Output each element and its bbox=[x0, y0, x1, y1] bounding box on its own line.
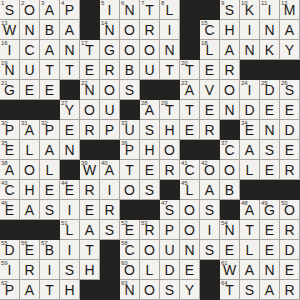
cell-letter: K bbox=[240, 3, 259, 18]
cell-letter: I bbox=[60, 203, 79, 218]
cell-r4c2[interactable]: U bbox=[20, 60, 40, 80]
cell-r2c7[interactable]: O bbox=[120, 20, 140, 40]
cell-r4c7[interactable]: B bbox=[120, 60, 140, 80]
cell-letter: Y bbox=[60, 103, 79, 118]
cell-letter: R bbox=[100, 203, 119, 218]
black-cell-r2c5 bbox=[80, 20, 100, 40]
cell-r11c10[interactable]: O bbox=[180, 200, 200, 220]
cell-letter: E bbox=[40, 183, 59, 198]
cell-letter: E bbox=[280, 263, 299, 278]
cell-r3c11[interactable]: 18L bbox=[200, 40, 220, 60]
cell-r14c1[interactable]: 59I bbox=[0, 260, 20, 280]
cell-letter: A bbox=[220, 43, 239, 58]
cell-r6c10[interactable]: T bbox=[180, 100, 200, 120]
cell-r2c2[interactable]: N bbox=[20, 20, 40, 40]
cell-r2c14[interactable]: N bbox=[260, 20, 280, 40]
cell-r13c5[interactable]: T bbox=[80, 240, 100, 260]
cell-letter: P bbox=[0, 123, 19, 138]
cell-r3c14[interactable]: K bbox=[260, 40, 280, 60]
cell-r4c1[interactable]: 19N bbox=[0, 60, 20, 80]
cell-letter: L bbox=[20, 143, 39, 158]
cell-letter: A bbox=[60, 23, 79, 38]
cell-r10c5[interactable]: R bbox=[80, 180, 100, 200]
cell-letter: R bbox=[280, 283, 299, 298]
cell-r3c5[interactable]: 17T bbox=[80, 40, 100, 60]
cell-letter: E bbox=[20, 83, 39, 98]
cell-r12c15[interactable]: R bbox=[280, 220, 300, 240]
black-cell-r10c9 bbox=[160, 180, 180, 200]
cell-r1c12[interactable]: 9S bbox=[220, 0, 240, 20]
cell-letter: O bbox=[280, 203, 299, 218]
cell-r7c10[interactable]: E bbox=[180, 120, 200, 140]
cell-letter: O bbox=[180, 223, 199, 238]
cell-letter: N bbox=[220, 223, 239, 238]
black-cell-r1c5 bbox=[80, 0, 100, 20]
black-cell-r13c6 bbox=[100, 240, 120, 260]
cell-r1c8[interactable]: 7T bbox=[140, 0, 160, 20]
cell-r9c1[interactable]: 38A bbox=[0, 160, 20, 180]
cell-r9c12[interactable]: O bbox=[220, 160, 240, 180]
cell-r8c8[interactable]: H bbox=[140, 140, 160, 160]
cell-r4c10[interactable]: 20T bbox=[180, 60, 200, 80]
cell-r9c7[interactable]: T bbox=[120, 160, 140, 180]
cell-r7c11[interactable]: R bbox=[200, 120, 220, 140]
cell-r9c3[interactable]: L bbox=[40, 160, 60, 180]
cell-r6c4[interactable]: 27Y bbox=[60, 100, 80, 120]
cell-letter: N bbox=[160, 43, 179, 58]
cell-r15c12[interactable]: 64T bbox=[220, 280, 240, 300]
cell-r15c8[interactable]: O bbox=[140, 280, 160, 300]
cell-r14c2[interactable]: R bbox=[20, 260, 40, 280]
black-cell-r12c2 bbox=[20, 220, 40, 240]
cell-r13c10[interactable]: N bbox=[180, 240, 200, 260]
cell-r8c15[interactable]: E bbox=[280, 140, 300, 160]
cell-r6c14[interactable]: E bbox=[260, 100, 280, 120]
cell-r13c3[interactable]: 57B bbox=[40, 240, 60, 260]
cell-r5c7[interactable]: S bbox=[120, 80, 140, 100]
cell-letter: E bbox=[0, 203, 19, 218]
cell-r10c2[interactable]: H bbox=[20, 180, 40, 200]
cell-letter: O bbox=[120, 23, 139, 38]
cell-letter: W bbox=[220, 263, 239, 278]
cell-letter: S bbox=[40, 203, 59, 218]
black-cell-r4c14 bbox=[260, 60, 280, 80]
cell-letter: H bbox=[220, 23, 239, 38]
cell-r5c2[interactable]: E bbox=[20, 80, 40, 100]
cell-r1c9[interactable]: 8L bbox=[160, 0, 180, 20]
cell-r8c9[interactable]: O bbox=[160, 140, 180, 160]
cell-r1c13[interactable]: 10K bbox=[240, 0, 260, 20]
cell-r10c7[interactable]: O bbox=[120, 180, 140, 200]
cell-r7c4[interactable]: E bbox=[60, 120, 80, 140]
cell-r3c6[interactable]: G bbox=[100, 40, 120, 60]
cell-letter: Y bbox=[180, 283, 199, 298]
cell-r10c1[interactable]: 43C bbox=[0, 180, 20, 200]
cell-letter: M bbox=[280, 3, 299, 18]
cell-r1c4[interactable]: 4P bbox=[60, 0, 80, 20]
cell-letter: N bbox=[0, 63, 19, 78]
cell-r8c2[interactable]: L bbox=[20, 140, 40, 160]
black-cell-r11c7 bbox=[120, 200, 140, 220]
cell-r5c15[interactable]: 26S bbox=[280, 80, 300, 100]
cell-letter: P bbox=[120, 143, 139, 158]
cell-letter: T bbox=[140, 3, 159, 18]
cell-r15c13[interactable]: S bbox=[240, 280, 260, 300]
black-cell-r12c3 bbox=[40, 220, 60, 240]
cell-r3c15[interactable]: Y bbox=[280, 40, 300, 60]
cell-letter: O bbox=[120, 43, 139, 58]
cell-letter: H bbox=[160, 123, 179, 138]
cell-r11c14[interactable]: 49G bbox=[260, 200, 280, 220]
cell-letter: A bbox=[0, 163, 19, 178]
cell-letter: R bbox=[280, 223, 299, 238]
cell-letter: U bbox=[100, 103, 119, 118]
cell-r13c8[interactable]: O bbox=[140, 240, 160, 260]
cell-r9c5[interactable]: 39W bbox=[80, 160, 100, 180]
cell-r9c10[interactable]: 41C bbox=[180, 160, 200, 180]
cell-r12c7[interactable]: 52E bbox=[120, 220, 140, 240]
cell-r8c13[interactable]: A bbox=[240, 140, 260, 160]
black-cell-r1c10 bbox=[180, 0, 200, 20]
cell-r3c13[interactable]: N bbox=[240, 40, 260, 60]
cell-letter: D bbox=[0, 243, 19, 258]
cell-r2c4[interactable]: A bbox=[60, 20, 80, 40]
cell-r11c6[interactable]: R bbox=[100, 200, 120, 220]
cell-r12c9[interactable]: P bbox=[160, 220, 180, 240]
cell-r9c14[interactable]: E bbox=[260, 160, 280, 180]
cell-r7c2[interactable]: 31A bbox=[20, 120, 40, 140]
cell-letter: N bbox=[60, 143, 79, 158]
cell-r15c7[interactable]: 63N bbox=[120, 280, 140, 300]
cell-letter: O bbox=[160, 143, 179, 158]
cell-r15c4[interactable]: H bbox=[60, 280, 80, 300]
cell-letter: A bbox=[200, 183, 219, 198]
cell-r2c11[interactable]: 15C bbox=[200, 20, 220, 40]
cell-letter: A bbox=[240, 143, 259, 158]
cell-r8c1[interactable]: 35E bbox=[0, 140, 20, 160]
cell-r14c5[interactable]: H bbox=[80, 260, 100, 280]
cell-r14c4[interactable]: S bbox=[60, 260, 80, 280]
cell-r4c5[interactable]: E bbox=[80, 60, 100, 80]
cell-letter: D bbox=[280, 243, 299, 258]
cell-letter: P bbox=[160, 223, 179, 238]
cell-r4c12[interactable]: R bbox=[220, 60, 240, 80]
cell-letter: G bbox=[100, 43, 119, 58]
cell-r8c7[interactable]: 36P bbox=[120, 140, 140, 160]
cell-r8c12[interactable]: 37C bbox=[220, 140, 240, 160]
cell-letter: R bbox=[80, 123, 99, 138]
black-cell-r5c9 bbox=[160, 80, 180, 100]
cell-r2c9[interactable]: I bbox=[160, 20, 180, 40]
cell-r15c10[interactable]: Y bbox=[180, 280, 200, 300]
cell-r13c4[interactable]: I bbox=[60, 240, 80, 260]
cell-r11c2[interactable]: A bbox=[20, 200, 40, 220]
cell-letter: O bbox=[140, 43, 159, 58]
cell-r5c13[interactable]: 24I bbox=[240, 80, 260, 100]
cell-r11c13[interactable]: 48A bbox=[240, 200, 260, 220]
cell-letter: A bbox=[260, 283, 279, 298]
cell-r12c11[interactable]: I bbox=[200, 220, 220, 240]
cell-r2c12[interactable]: H bbox=[220, 20, 240, 40]
cell-letter: A bbox=[240, 263, 259, 278]
cell-r3c9[interactable]: N bbox=[160, 40, 180, 60]
cell-r14c3[interactable]: I bbox=[40, 260, 60, 280]
cell-r14c7[interactable]: 60O bbox=[120, 260, 140, 280]
cell-letter: S bbox=[200, 243, 219, 258]
cell-r10c6[interactable]: I bbox=[100, 180, 120, 200]
cell-r12c13[interactable]: T bbox=[240, 220, 260, 240]
cell-r5c11[interactable]: V bbox=[200, 80, 220, 100]
cell-r1c14[interactable]: 11I bbox=[260, 0, 280, 20]
cell-letter: N bbox=[240, 43, 259, 58]
cell-r11c15[interactable]: 50O bbox=[280, 200, 300, 220]
black-cell-r12c1 bbox=[0, 220, 20, 240]
cell-r4c8[interactable]: U bbox=[140, 60, 160, 80]
cell-r3c3[interactable]: A bbox=[40, 40, 60, 60]
cell-r5c14[interactable]: 25D bbox=[260, 80, 280, 100]
cell-r1c15[interactable]: 12M bbox=[280, 0, 300, 20]
cell-r6c8[interactable]: 28A bbox=[140, 100, 160, 120]
cell-r12c14[interactable]: E bbox=[260, 220, 280, 240]
cell-r1c2[interactable]: 2O bbox=[20, 0, 40, 20]
cell-r6c5[interactable]: O bbox=[80, 100, 100, 120]
cell-r6c12[interactable]: N bbox=[220, 100, 240, 120]
cell-r5c3[interactable]: E bbox=[40, 80, 60, 100]
cell-r1c1[interactable]: 1S bbox=[0, 0, 20, 20]
cell-letter: R bbox=[280, 163, 299, 178]
cell-r5c10[interactable]: 23A bbox=[180, 80, 200, 100]
cell-r11c3[interactable]: S bbox=[40, 200, 60, 220]
cell-r5c6[interactable]: O bbox=[100, 80, 120, 100]
cell-letter: L bbox=[200, 43, 219, 58]
cell-r9c8[interactable]: E bbox=[140, 160, 160, 180]
cell-r5c12[interactable]: O bbox=[220, 80, 240, 100]
cell-letter: T bbox=[160, 103, 179, 118]
cell-r12c5[interactable]: A bbox=[80, 220, 100, 240]
cell-letter: S bbox=[280, 83, 299, 98]
cell-letter: E bbox=[0, 143, 19, 158]
cell-r7c9[interactable]: H bbox=[160, 120, 180, 140]
cell-r4c9[interactable]: T bbox=[160, 60, 180, 80]
cell-r6c6[interactable]: U bbox=[100, 100, 120, 120]
cell-r9c11[interactable]: 42O bbox=[200, 160, 220, 180]
cell-letter: C bbox=[20, 43, 39, 58]
cell-r15c3[interactable]: T bbox=[40, 280, 60, 300]
cell-letter: T bbox=[120, 163, 139, 178]
cell-r5c5[interactable]: 22N bbox=[80, 80, 100, 100]
cell-letter: D bbox=[160, 263, 179, 278]
cell-r1c3[interactable]: 3A bbox=[40, 0, 60, 20]
cell-r10c3[interactable]: E bbox=[40, 180, 60, 200]
cell-r11c9[interactable]: 47S bbox=[160, 200, 180, 220]
cell-letter: O bbox=[140, 243, 159, 258]
cell-letter: R bbox=[200, 123, 219, 138]
black-cell-r11c12 bbox=[220, 200, 240, 220]
cell-r13c14[interactable]: E bbox=[260, 240, 280, 260]
cell-r3c2[interactable]: C bbox=[20, 40, 40, 60]
cell-r11c11[interactable]: S bbox=[200, 200, 220, 220]
cell-letter: Y bbox=[280, 43, 299, 58]
cell-r13c12[interactable]: E bbox=[220, 240, 240, 260]
cell-r2c1[interactable]: 13W bbox=[0, 20, 20, 40]
black-cell-r6c3 bbox=[40, 100, 60, 120]
cell-r1c7[interactable]: 6N bbox=[120, 0, 140, 20]
cell-letter: D bbox=[280, 123, 299, 138]
cell-letter: N bbox=[120, 3, 139, 18]
cell-r3c12[interactable]: A bbox=[220, 40, 240, 60]
cell-r15c1[interactable]: 62P bbox=[0, 280, 20, 300]
black-cell-r6c2 bbox=[20, 100, 40, 120]
cell-r7c15[interactable]: D bbox=[280, 120, 300, 140]
cell-r2c15[interactable]: A bbox=[280, 20, 300, 40]
cell-r8c14[interactable]: S bbox=[260, 140, 280, 160]
cell-letter: C bbox=[120, 243, 139, 258]
cell-r10c11[interactable]: A bbox=[200, 180, 220, 200]
cell-r13c15[interactable]: D bbox=[280, 240, 300, 260]
cell-letter: R bbox=[160, 163, 179, 178]
cell-r2c6[interactable]: 14N bbox=[100, 20, 120, 40]
cell-letter: D bbox=[240, 103, 259, 118]
cell-r14c14[interactable]: N bbox=[260, 260, 280, 280]
cell-r15c14[interactable]: A bbox=[260, 280, 280, 300]
cell-letter: L bbox=[160, 3, 179, 18]
black-cell-r4c15 bbox=[280, 60, 300, 80]
cell-r14c9[interactable]: D bbox=[160, 260, 180, 280]
cell-r13c9[interactable]: U bbox=[160, 240, 180, 260]
cell-r3c1[interactable]: 16I bbox=[0, 40, 20, 60]
cell-r2c3[interactable]: B bbox=[40, 20, 60, 40]
black-cell-r15c11 bbox=[200, 280, 220, 300]
cell-letter: R bbox=[80, 183, 99, 198]
cell-r13c7[interactable]: 58C bbox=[120, 240, 140, 260]
cell-letter: D bbox=[260, 83, 279, 98]
cell-r14c8[interactable]: L bbox=[140, 260, 160, 280]
cell-r10c12[interactable]: B bbox=[220, 180, 240, 200]
black-cell-r10c14 bbox=[260, 180, 280, 200]
cell-letter: T bbox=[160, 63, 179, 78]
cell-r14c10[interactable]: E bbox=[180, 260, 200, 280]
cell-letter: E bbox=[240, 123, 259, 138]
cell-r12c12[interactable]: 54N bbox=[220, 220, 240, 240]
cell-letter: E bbox=[280, 143, 299, 158]
black-cell-r9c4 bbox=[60, 160, 80, 180]
cell-letter: E bbox=[120, 223, 139, 238]
cell-r11c1[interactable]: 46E bbox=[0, 200, 20, 220]
black-cell-r2c10 bbox=[180, 20, 200, 40]
cell-r10c8[interactable]: S bbox=[140, 180, 160, 200]
cell-letter: T bbox=[80, 43, 99, 58]
cell-letter: I bbox=[60, 243, 79, 258]
cell-r9c13[interactable]: L bbox=[240, 160, 260, 180]
cell-letter: R bbox=[220, 63, 239, 78]
cell-letter: P bbox=[60, 3, 79, 18]
cell-r9c15[interactable]: R bbox=[280, 160, 300, 180]
cell-r7c7[interactable]: 33U bbox=[120, 120, 140, 140]
cell-r7c1[interactable]: 30P bbox=[0, 120, 20, 140]
cell-letter: O bbox=[180, 203, 199, 218]
cell-r2c8[interactable]: R bbox=[140, 20, 160, 40]
cell-r6c13[interactable]: D bbox=[240, 100, 260, 120]
cell-letter: A bbox=[20, 203, 39, 218]
cell-r7c14[interactable]: N bbox=[260, 120, 280, 140]
cell-r9c6[interactable]: 40A bbox=[100, 160, 120, 180]
cell-letter: O bbox=[120, 263, 139, 278]
cell-r8c4[interactable]: N bbox=[60, 140, 80, 160]
cell-r14c13[interactable]: A bbox=[240, 260, 260, 280]
cell-letter: T bbox=[80, 243, 99, 258]
cell-letter: A bbox=[20, 123, 39, 138]
cell-r2c13[interactable]: I bbox=[240, 20, 260, 40]
cell-r7c13[interactable]: 34E bbox=[240, 120, 260, 140]
cell-r10c10[interactable]: 45L bbox=[180, 180, 200, 200]
cell-r6c11[interactable]: E bbox=[200, 100, 220, 120]
cell-r4c4[interactable]: T bbox=[60, 60, 80, 80]
cell-r7c5[interactable]: R bbox=[80, 120, 100, 140]
cell-r14c15[interactable]: E bbox=[280, 260, 300, 280]
cell-letter: P bbox=[0, 283, 19, 298]
cell-letter: T bbox=[40, 283, 59, 298]
cell-r12c6[interactable]: S bbox=[100, 220, 120, 240]
cell-r12c8[interactable]: 53R bbox=[140, 220, 160, 240]
cell-r15c9[interactable]: S bbox=[160, 280, 180, 300]
black-cell-r14c11 bbox=[200, 260, 220, 280]
cell-r3c7[interactable]: O bbox=[120, 40, 140, 60]
cell-letter: A bbox=[240, 203, 259, 218]
cell-r4c6[interactable]: R bbox=[100, 60, 120, 80]
cell-r13c1[interactable]: 55D bbox=[0, 240, 20, 260]
cell-r5c1[interactable]: 21G bbox=[0, 80, 20, 100]
cell-r7c3[interactable]: 32P bbox=[40, 120, 60, 140]
cell-r15c2[interactable]: A bbox=[20, 280, 40, 300]
cell-r7c8[interactable]: S bbox=[140, 120, 160, 140]
cell-r4c11[interactable]: E bbox=[200, 60, 220, 80]
cell-r10c4[interactable]: 44E bbox=[60, 180, 80, 200]
cell-r7c6[interactable]: P bbox=[100, 120, 120, 140]
cell-r9c9[interactable]: R bbox=[160, 160, 180, 180]
cell-r6c9[interactable]: 29T bbox=[160, 100, 180, 120]
cell-r13c11[interactable]: S bbox=[200, 240, 220, 260]
cell-letter: A bbox=[180, 83, 199, 98]
cell-r13c13[interactable]: L bbox=[240, 240, 260, 260]
cell-letter: E bbox=[20, 243, 39, 258]
cell-r12c4[interactable]: 51L bbox=[60, 220, 80, 240]
cell-letter: E bbox=[260, 243, 279, 258]
cell-r9c2[interactable]: O bbox=[20, 160, 40, 180]
cell-letter: S bbox=[60, 263, 79, 278]
black-cell-r6c7 bbox=[120, 100, 140, 120]
cell-r11c5[interactable]: E bbox=[80, 200, 100, 220]
cell-r15c15[interactable]: R bbox=[280, 280, 300, 300]
cell-r3c8[interactable]: O bbox=[140, 40, 160, 60]
cell-r1c6[interactable]: 5I bbox=[100, 0, 120, 20]
cell-r12c10[interactable]: O bbox=[180, 220, 200, 240]
cell-r8c3[interactable]: A bbox=[40, 140, 60, 160]
cell-letter: B bbox=[40, 243, 59, 258]
cell-letter: E bbox=[140, 163, 159, 178]
cell-r4c3[interactable]: T bbox=[40, 60, 60, 80]
cell-r3c4[interactable]: N bbox=[60, 40, 80, 60]
cell-letter: U bbox=[20, 63, 39, 78]
cell-letter: N bbox=[220, 103, 239, 118]
black-cell-r6c1 bbox=[0, 100, 20, 120]
cell-letter: G bbox=[260, 203, 279, 218]
cell-r11c4[interactable]: I bbox=[60, 200, 80, 220]
cell-r14c12[interactable]: 61W bbox=[220, 260, 240, 280]
black-cell-r10c15 bbox=[280, 180, 300, 200]
cell-letter: R bbox=[140, 23, 159, 38]
cell-r13c2[interactable]: 56E bbox=[20, 240, 40, 260]
cell-r6c15[interactable]: E bbox=[280, 100, 300, 120]
